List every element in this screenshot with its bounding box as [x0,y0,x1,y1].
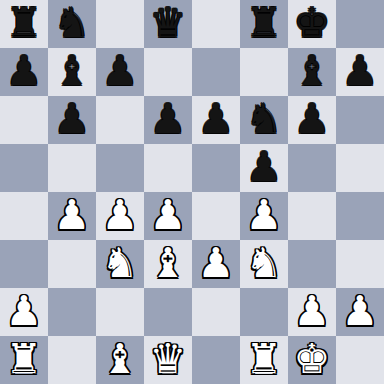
square-b6[interactable]: ♟ [48,96,96,144]
piece-black-pawn: ♟ [198,95,235,143]
square-h7[interactable]: ♟ [336,48,384,96]
piece-white-pawn: ♟ [294,287,331,335]
square-g5[interactable] [288,144,336,192]
square-c3[interactable]: ♞ [96,240,144,288]
square-h6[interactable] [336,96,384,144]
piece-white-pawn: ♟ [246,191,283,239]
piece-black-pawn: ♟ [294,95,331,143]
piece-black-pawn: ♟ [102,47,139,95]
square-g3[interactable] [288,240,336,288]
square-b7[interactable]: ♝ [48,48,96,96]
piece-white-pawn: ♟ [54,191,91,239]
piece-black-bishop: ♝ [294,47,331,95]
square-h5[interactable] [336,144,384,192]
square-b2[interactable] [48,288,96,336]
square-c8[interactable] [96,0,144,48]
square-b5[interactable] [48,144,96,192]
square-e4[interactable] [192,192,240,240]
square-d2[interactable] [144,288,192,336]
square-a5[interactable] [0,144,48,192]
square-f4[interactable]: ♟ [240,192,288,240]
square-c5[interactable] [96,144,144,192]
square-e1[interactable] [192,336,240,384]
square-c6[interactable] [96,96,144,144]
square-a2[interactable]: ♟ [0,288,48,336]
square-g8[interactable]: ♚ [288,0,336,48]
square-a1[interactable]: ♜ [0,336,48,384]
square-e7[interactable] [192,48,240,96]
square-d1[interactable]: ♛ [144,336,192,384]
piece-white-pawn: ♟ [6,287,43,335]
square-h8[interactable] [336,0,384,48]
piece-black-rook: ♜ [6,0,43,47]
square-f6[interactable]: ♞ [240,96,288,144]
piece-black-knight: ♞ [246,95,283,143]
piece-white-rook: ♜ [6,335,43,383]
piece-white-queen: ♛ [150,335,187,383]
piece-white-pawn: ♟ [198,239,235,287]
piece-white-pawn: ♟ [102,191,139,239]
piece-black-pawn: ♟ [246,143,283,191]
square-a4[interactable] [0,192,48,240]
piece-black-knight: ♞ [54,0,91,47]
square-g1[interactable]: ♚ [288,336,336,384]
square-d3[interactable]: ♝ [144,240,192,288]
piece-black-pawn: ♟ [150,95,187,143]
square-f1[interactable]: ♜ [240,336,288,384]
piece-black-bishop: ♝ [54,47,91,95]
square-h3[interactable] [336,240,384,288]
square-e5[interactable] [192,144,240,192]
square-e3[interactable]: ♟ [192,240,240,288]
square-f5[interactable]: ♟ [240,144,288,192]
square-d5[interactable] [144,144,192,192]
square-f8[interactable]: ♜ [240,0,288,48]
square-g7[interactable]: ♝ [288,48,336,96]
square-c4[interactable]: ♟ [96,192,144,240]
square-a6[interactable] [0,96,48,144]
square-d6[interactable]: ♟ [144,96,192,144]
piece-black-pawn: ♟ [54,95,91,143]
square-d8[interactable]: ♛ [144,0,192,48]
square-b4[interactable]: ♟ [48,192,96,240]
square-b1[interactable] [48,336,96,384]
square-g2[interactable]: ♟ [288,288,336,336]
square-g6[interactable]: ♟ [288,96,336,144]
piece-white-bishop: ♝ [102,335,139,383]
piece-white-knight: ♞ [102,239,139,287]
piece-white-bishop: ♝ [150,239,187,287]
square-e6[interactable]: ♟ [192,96,240,144]
square-a7[interactable]: ♟ [0,48,48,96]
square-b8[interactable]: ♞ [48,0,96,48]
square-a3[interactable] [0,240,48,288]
square-f7[interactable] [240,48,288,96]
square-b3[interactable] [48,240,96,288]
square-c2[interactable] [96,288,144,336]
square-h1[interactable] [336,336,384,384]
square-h4[interactable] [336,192,384,240]
piece-white-knight: ♞ [246,239,283,287]
piece-black-pawn: ♟ [6,47,43,95]
piece-white-rook: ♜ [246,335,283,383]
chess-board: ♜♞♛♜♚♟♝♟♝♟♟♟♟♞♟♟♟♟♟♟♞♝♟♞♟♟♟♜♝♛♜♚ [0,0,384,384]
square-e2[interactable] [192,288,240,336]
square-h2[interactable]: ♟ [336,288,384,336]
square-d4[interactable]: ♟ [144,192,192,240]
square-e8[interactable] [192,0,240,48]
piece-black-rook: ♜ [246,0,283,47]
square-c1[interactable]: ♝ [96,336,144,384]
piece-white-pawn: ♟ [342,287,379,335]
piece-black-queen: ♛ [150,0,187,47]
piece-black-pawn: ♟ [342,47,379,95]
piece-white-pawn: ♟ [150,191,187,239]
square-f3[interactable]: ♞ [240,240,288,288]
square-c7[interactable]: ♟ [96,48,144,96]
square-d7[interactable] [144,48,192,96]
piece-black-king: ♚ [294,0,331,47]
square-f2[interactable] [240,288,288,336]
square-g4[interactable] [288,192,336,240]
square-a8[interactable]: ♜ [0,0,48,48]
piece-white-king: ♚ [294,335,331,383]
